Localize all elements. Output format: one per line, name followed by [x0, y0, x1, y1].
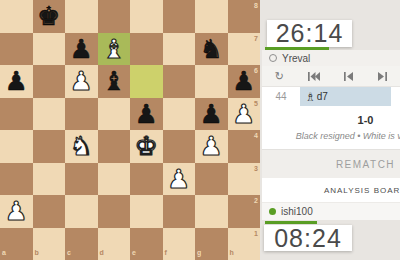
square-a4[interactable] [0, 130, 33, 163]
square-d1[interactable]: d [98, 228, 131, 260]
square-c3[interactable] [65, 163, 98, 196]
coord-file-e: e [132, 249, 136, 256]
black-pawn: ♟ [65, 33, 98, 66]
white-player-clock: 08:24 [264, 225, 352, 251]
square-a8[interactable] [0, 0, 33, 33]
square-g4[interactable]: ♟ [195, 130, 228, 163]
square-e2[interactable] [130, 195, 163, 228]
square-b4[interactable] [33, 130, 66, 163]
black-player-clock: 26:14 [267, 20, 352, 47]
analysis-board-button[interactable]: ANALYSIS BOARD [262, 178, 400, 203]
square-c4[interactable]: ♞ [65, 130, 98, 163]
bottom-player-name: ishi100 [281, 206, 313, 217]
square-f1[interactable]: f [163, 228, 196, 260]
white-king: ♚ [130, 130, 163, 163]
square-g6[interactable] [195, 65, 228, 98]
black-knight: ♞ [195, 33, 228, 66]
square-e7[interactable] [130, 33, 163, 66]
square-a7[interactable] [0, 33, 33, 66]
coord-file-b: b [35, 249, 39, 256]
go-previous-icon[interactable] [331, 66, 366, 86]
square-a1[interactable]: a [0, 228, 33, 260]
square-d4[interactable] [98, 130, 131, 163]
square-b8[interactable]: ♚ [33, 0, 66, 33]
coord-rank-5: 5 [254, 100, 258, 107]
coord-file-d: d [100, 249, 104, 256]
square-h3[interactable]: 3 [228, 163, 261, 196]
black-king: ♚ [33, 0, 66, 33]
square-b5[interactable] [33, 98, 66, 131]
square-b2[interactable] [33, 195, 66, 228]
square-g2[interactable] [195, 195, 228, 228]
black-bishop: ♝ [98, 65, 131, 98]
white-pawn: ♟ [0, 195, 33, 228]
square-h4[interactable]: 4 [228, 130, 261, 163]
black-pawn: ♟ [130, 98, 163, 131]
coord-rank-6: 6 [254, 67, 258, 74]
square-e1[interactable]: e [130, 228, 163, 260]
square-d6[interactable]: ♝ [98, 65, 131, 98]
square-d2[interactable] [98, 195, 131, 228]
square-e3[interactable] [130, 163, 163, 196]
current-move[interactable]: ♗ d7 [300, 87, 391, 106]
black-clock-time: 26:14 [276, 19, 344, 48]
coord-rank-4: 4 [254, 132, 258, 139]
flip-board-icon[interactable]: ↻ [262, 66, 297, 86]
square-c8[interactable] [65, 0, 98, 33]
square-f3[interactable]: ♟ [163, 163, 196, 196]
square-h1[interactable]: h1 [228, 228, 261, 260]
square-f8[interactable] [163, 0, 196, 33]
move-list-card: ↻⋯ 44 ♗ d7 1-0 Black resigned • White is… [262, 66, 400, 149]
white-clock-time: 08:24 [274, 224, 342, 253]
replay-toolbar: ↻⋯ [262, 66, 400, 87]
go-next-icon[interactable] [366, 66, 400, 86]
square-e8[interactable] [130, 0, 163, 33]
game-status-text: Black resigned • White is victorious [262, 128, 400, 149]
coord-rank-7: 7 [254, 35, 258, 42]
square-g3[interactable] [195, 163, 228, 196]
go-first-icon[interactable] [297, 66, 332, 86]
bottom-player-row[interactable]: ishi100 [262, 203, 400, 220]
square-g5[interactable]: ♟ [195, 98, 228, 131]
square-h5[interactable]: 5♟ [228, 98, 261, 131]
square-g7[interactable]: ♞ [195, 33, 228, 66]
coord-file-f: f [165, 249, 167, 256]
square-a6[interactable]: ♟ [0, 65, 33, 98]
white-pawn: ♟ [195, 130, 228, 163]
square-h6[interactable]: 6♟ [228, 65, 261, 98]
square-c5[interactable] [65, 98, 98, 131]
square-b1[interactable]: b [33, 228, 66, 260]
square-h7[interactable]: 7 [228, 33, 261, 66]
square-a2[interactable]: ♟ [0, 195, 33, 228]
square-a5[interactable] [0, 98, 33, 131]
game-side-panel: 26:14 Yreval ↻⋯ 44 ♗ d7 1-0 Black resign… [262, 0, 400, 260]
square-h2[interactable]: 2 [228, 195, 261, 228]
bishop-move-icon: ♗ [305, 90, 316, 104]
square-d7[interactable]: ♝ [98, 33, 131, 66]
coord-rank-2: 2 [254, 197, 258, 204]
coord-rank-8: 8 [254, 2, 258, 9]
white-bishop: ♝ [98, 33, 131, 66]
square-g8[interactable] [195, 0, 228, 33]
square-f6[interactable] [163, 65, 196, 98]
top-player-name: Yreval [282, 53, 310, 64]
square-e5[interactable]: ♟ [130, 98, 163, 131]
rematch-button[interactable]: REMATCH [262, 149, 400, 178]
black-pawn: ♟ [0, 65, 33, 98]
online-status-icon [269, 208, 276, 215]
square-b3[interactable] [33, 163, 66, 196]
square-d3[interactable] [98, 163, 131, 196]
square-e4[interactable]: ♚ [130, 130, 163, 163]
game-result: 1-0 [262, 106, 400, 128]
square-f2[interactable] [163, 195, 196, 228]
black-pawn: ♟ [195, 98, 228, 131]
move-number: 44 [262, 87, 300, 106]
coord-file-c: c [67, 249, 71, 256]
square-b6[interactable] [33, 65, 66, 98]
move-san: d7 [317, 91, 328, 102]
square-c2[interactable] [65, 195, 98, 228]
coord-rank-1: 1 [254, 230, 258, 237]
square-c7[interactable]: ♟ [65, 33, 98, 66]
square-f5[interactable] [163, 98, 196, 131]
square-f4[interactable] [163, 130, 196, 163]
offline-status-icon [269, 54, 277, 62]
coord-file-h: h [230, 249, 234, 256]
white-pawn: ♟ [65, 65, 98, 98]
coord-rank-3: 3 [254, 165, 258, 172]
white-knight: ♞ [65, 130, 98, 163]
square-e6[interactable] [130, 65, 163, 98]
square-a3[interactable] [0, 163, 33, 196]
chess-board: ♚8♟♝♞7♟♟♝6♟♟♟5♟♞♚♟4♟3♟2abcdefgh1 [0, 0, 260, 260]
square-d8[interactable] [98, 0, 131, 33]
move-list-row: 44 ♗ d7 [262, 87, 400, 106]
coord-file-g: g [197, 249, 201, 256]
square-c1[interactable]: c [65, 228, 98, 260]
white-pawn: ♟ [163, 163, 196, 196]
square-f7[interactable] [163, 33, 196, 66]
square-d5[interactable] [98, 98, 131, 131]
top-player-row[interactable]: Yreval [262, 50, 400, 66]
square-h8[interactable]: 8 [228, 0, 261, 33]
coord-file-a: a [2, 249, 6, 256]
square-g1[interactable]: g [195, 228, 228, 260]
square-b7[interactable] [33, 33, 66, 66]
square-c6[interactable]: ♟ [65, 65, 98, 98]
